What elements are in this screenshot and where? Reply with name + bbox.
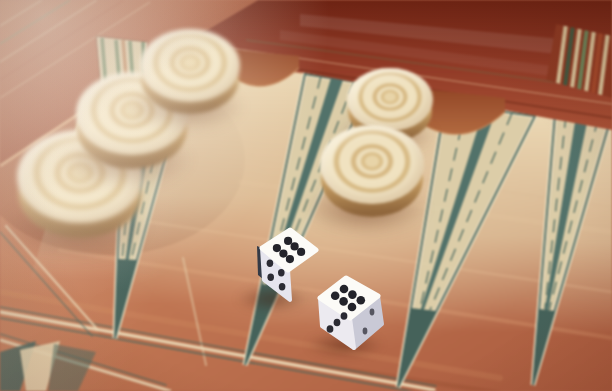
backgammon-photo [0,0,612,391]
die-2[interactable] [308,270,388,355]
checker-5[interactable] [320,125,424,217]
checker-3[interactable] [140,29,240,114]
